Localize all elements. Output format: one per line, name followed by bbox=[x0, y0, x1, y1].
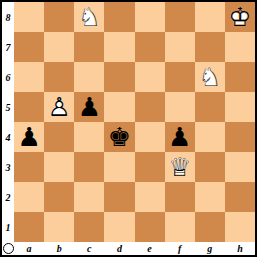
file-label-b: b bbox=[44, 242, 74, 255]
rank-label-1: 1 bbox=[2, 212, 14, 242]
rank-label-5: 5 bbox=[2, 92, 14, 122]
square-h8[interactable]: ♚♔ bbox=[225, 2, 255, 32]
square-f2[interactable] bbox=[165, 182, 195, 212]
square-a8[interactable] bbox=[14, 2, 44, 32]
square-f6[interactable] bbox=[165, 62, 195, 92]
rank-label-3: 3 bbox=[2, 152, 14, 182]
square-d1[interactable] bbox=[104, 212, 134, 242]
square-c1[interactable] bbox=[74, 212, 104, 242]
piece-outline: ♘ bbox=[195, 62, 225, 92]
square-c8[interactable]: ♞♘ bbox=[74, 2, 104, 32]
square-d4[interactable]: ♚ bbox=[104, 122, 134, 152]
white-queen-f3: ♛♕ bbox=[165, 152, 195, 182]
black-pawn-f4: ♟ bbox=[165, 122, 195, 152]
square-h1[interactable] bbox=[225, 212, 255, 242]
square-b8[interactable] bbox=[44, 2, 74, 32]
square-c4[interactable] bbox=[74, 122, 104, 152]
file-label-a: a bbox=[14, 242, 44, 255]
square-b3[interactable] bbox=[44, 152, 74, 182]
rank-label-2: 2 bbox=[2, 182, 14, 212]
file-label-d: d bbox=[104, 242, 134, 255]
square-b6[interactable] bbox=[44, 62, 74, 92]
square-f4[interactable]: ♟ bbox=[165, 122, 195, 152]
white-to-move-indicator bbox=[3, 243, 14, 254]
board: ♞♘♚♔♞♘♟♙♟♟♚♟♛♕ bbox=[14, 2, 255, 242]
white-pawn-b5: ♟♙ bbox=[44, 92, 74, 122]
square-b4[interactable] bbox=[44, 122, 74, 152]
square-e1[interactable] bbox=[135, 212, 165, 242]
square-g2[interactable] bbox=[195, 182, 225, 212]
square-f3[interactable]: ♛♕ bbox=[165, 152, 195, 182]
square-a3[interactable] bbox=[14, 152, 44, 182]
rank-label-4: 4 bbox=[2, 122, 14, 152]
square-e4[interactable] bbox=[135, 122, 165, 152]
square-d5[interactable] bbox=[104, 92, 134, 122]
square-a4[interactable]: ♟ bbox=[14, 122, 44, 152]
square-f8[interactable] bbox=[165, 2, 195, 32]
square-e6[interactable] bbox=[135, 62, 165, 92]
square-f1[interactable] bbox=[165, 212, 195, 242]
square-h3[interactable] bbox=[225, 152, 255, 182]
square-g7[interactable] bbox=[195, 32, 225, 62]
square-b7[interactable] bbox=[44, 32, 74, 62]
square-f5[interactable] bbox=[165, 92, 195, 122]
square-c7[interactable] bbox=[74, 32, 104, 62]
piece-outline: ♕ bbox=[165, 152, 195, 182]
square-d8[interactable] bbox=[104, 2, 134, 32]
black-pawn-a4: ♟ bbox=[14, 122, 44, 152]
square-c2[interactable] bbox=[74, 182, 104, 212]
square-e3[interactable] bbox=[135, 152, 165, 182]
white-king-h8: ♚♔ bbox=[225, 2, 255, 32]
file-label-f: f bbox=[165, 242, 195, 255]
square-h6[interactable] bbox=[225, 62, 255, 92]
piece-outline: ♙ bbox=[44, 92, 74, 122]
square-e5[interactable] bbox=[135, 92, 165, 122]
black-pawn-c5: ♟ bbox=[74, 92, 104, 122]
square-g5[interactable] bbox=[195, 92, 225, 122]
file-label-h: h bbox=[225, 242, 255, 255]
square-a2[interactable] bbox=[14, 182, 44, 212]
chess-diagram: 87654321 ♞♘♚♔♞♘♟♙♟♟♚♟♛♕ abcdefgh bbox=[0, 0, 257, 257]
black-king-d4: ♚ bbox=[104, 122, 134, 152]
rank-label-7: 7 bbox=[2, 32, 14, 62]
square-e7[interactable] bbox=[135, 32, 165, 62]
square-h2[interactable] bbox=[225, 182, 255, 212]
square-d6[interactable] bbox=[104, 62, 134, 92]
square-d3[interactable] bbox=[104, 152, 134, 182]
square-h5[interactable] bbox=[225, 92, 255, 122]
square-a7[interactable] bbox=[14, 32, 44, 62]
square-g3[interactable] bbox=[195, 152, 225, 182]
square-a1[interactable] bbox=[14, 212, 44, 242]
square-d7[interactable] bbox=[104, 32, 134, 62]
file-label-e: e bbox=[135, 242, 165, 255]
square-b2[interactable] bbox=[44, 182, 74, 212]
square-c5[interactable]: ♟ bbox=[74, 92, 104, 122]
file-label-g: g bbox=[195, 242, 225, 255]
square-g8[interactable] bbox=[195, 2, 225, 32]
square-c6[interactable] bbox=[74, 62, 104, 92]
file-labels: abcdefgh bbox=[14, 242, 255, 255]
square-e8[interactable] bbox=[135, 2, 165, 32]
square-h4[interactable] bbox=[225, 122, 255, 152]
square-e2[interactable] bbox=[135, 182, 165, 212]
piece-outline: ♔ bbox=[225, 2, 255, 32]
square-h7[interactable] bbox=[225, 32, 255, 62]
square-a6[interactable] bbox=[14, 62, 44, 92]
square-g4[interactable] bbox=[195, 122, 225, 152]
square-c3[interactable] bbox=[74, 152, 104, 182]
square-g6[interactable]: ♞♘ bbox=[195, 62, 225, 92]
white-knight-c8: ♞♘ bbox=[74, 2, 104, 32]
square-g1[interactable] bbox=[195, 212, 225, 242]
file-label-c: c bbox=[74, 242, 104, 255]
rank-label-6: 6 bbox=[2, 62, 14, 92]
move-indicator-cell bbox=[2, 242, 14, 255]
square-f7[interactable] bbox=[165, 32, 195, 62]
rank-labels: 87654321 bbox=[2, 2, 14, 242]
square-a5[interactable] bbox=[14, 92, 44, 122]
square-b1[interactable] bbox=[44, 212, 74, 242]
rank-label-8: 8 bbox=[2, 2, 14, 32]
white-knight-g6: ♞♘ bbox=[195, 62, 225, 92]
square-b5[interactable]: ♟♙ bbox=[44, 92, 74, 122]
square-d2[interactable] bbox=[104, 182, 134, 212]
piece-outline: ♘ bbox=[74, 2, 104, 32]
